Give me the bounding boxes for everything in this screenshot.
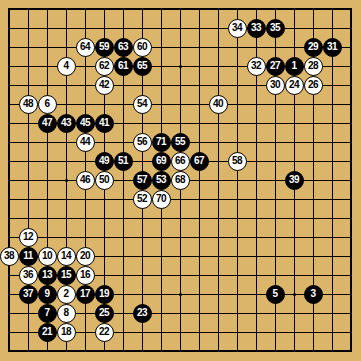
stone-38-white[interactable]: 38 xyxy=(0,247,19,266)
stone-7-black[interactable]: 7 xyxy=(38,304,57,323)
stone-56-white[interactable]: 56 xyxy=(133,133,152,152)
move-number: 48 xyxy=(23,99,33,109)
move-number: 57 xyxy=(137,175,147,185)
stone-64-white[interactable]: 64 xyxy=(76,38,95,57)
move-number: 59 xyxy=(99,42,109,52)
stone-27-black[interactable]: 27 xyxy=(266,57,285,76)
stone-24-white[interactable]: 24 xyxy=(285,76,304,95)
stone-31-black[interactable]: 31 xyxy=(323,38,342,57)
move-number: 43 xyxy=(61,118,71,128)
move-number: 64 xyxy=(80,42,90,52)
move-number: 34 xyxy=(232,23,242,33)
stone-8-white[interactable]: 8 xyxy=(57,304,76,323)
move-number: 38 xyxy=(4,251,14,261)
stone-15-black[interactable]: 15 xyxy=(57,266,76,285)
move-number: 27 xyxy=(270,61,280,71)
stone-39-black[interactable]: 39 xyxy=(285,171,304,190)
move-number: 15 xyxy=(61,270,71,280)
stone-53-black[interactable]: 53 xyxy=(152,171,171,190)
stone-32-white[interactable]: 32 xyxy=(247,57,266,76)
move-number: 52 xyxy=(137,194,147,204)
move-number: 20 xyxy=(80,251,90,261)
stone-18-white[interactable]: 18 xyxy=(57,323,76,342)
stone-50-white[interactable]: 50 xyxy=(95,171,114,190)
stone-4-white[interactable]: 4 xyxy=(57,57,76,76)
move-number: 53 xyxy=(156,175,166,185)
move-number: 35 xyxy=(270,23,280,33)
move-number: 25 xyxy=(99,308,109,318)
stone-40-white[interactable]: 40 xyxy=(209,95,228,114)
stone-22-white[interactable]: 22 xyxy=(95,323,114,342)
move-number: 67 xyxy=(194,156,204,166)
stone-35-black[interactable]: 35 xyxy=(266,19,285,38)
stone-70-white[interactable]: 70 xyxy=(152,190,171,209)
move-number: 49 xyxy=(99,156,109,166)
stone-57-black[interactable]: 57 xyxy=(133,171,152,190)
move-number: 56 xyxy=(137,137,147,147)
stone-1-black[interactable]: 1 xyxy=(285,57,304,76)
move-number: 2 xyxy=(63,289,68,299)
move-number: 13 xyxy=(42,270,52,280)
stone-25-black[interactable]: 25 xyxy=(95,304,114,323)
move-number: 50 xyxy=(99,175,109,185)
stone-60-white[interactable]: 60 xyxy=(133,38,152,57)
stone-49-black[interactable]: 49 xyxy=(95,152,114,171)
move-number: 63 xyxy=(118,42,128,52)
move-number: 24 xyxy=(289,80,299,90)
stone-5-black[interactable]: 5 xyxy=(266,285,285,304)
move-number: 4 xyxy=(63,61,68,71)
move-number: 26 xyxy=(308,80,318,90)
stone-6-white[interactable]: 6 xyxy=(38,95,57,114)
move-number: 47 xyxy=(42,118,52,128)
move-number: 23 xyxy=(137,308,147,318)
stone-52-white[interactable]: 52 xyxy=(133,190,152,209)
stone-43-black[interactable]: 43 xyxy=(57,114,76,133)
stone-26-white[interactable]: 26 xyxy=(304,76,323,95)
stones-grid: 1234567891011121314151617181920212223242… xyxy=(0,0,361,361)
stone-68-white[interactable]: 68 xyxy=(171,171,190,190)
stone-16-white[interactable]: 16 xyxy=(76,266,95,285)
move-number: 61 xyxy=(118,61,128,71)
move-number: 70 xyxy=(156,194,166,204)
stone-30-white[interactable]: 30 xyxy=(266,76,285,95)
move-number: 18 xyxy=(61,327,71,337)
go-board[interactable]: 1234567891011121314151617181920212223242… xyxy=(0,0,361,361)
stone-45-black[interactable]: 45 xyxy=(76,114,95,133)
move-number: 19 xyxy=(99,289,109,299)
move-number: 71 xyxy=(156,137,166,147)
move-number: 29 xyxy=(308,42,318,52)
stone-58-white[interactable]: 58 xyxy=(228,152,247,171)
stone-42-white[interactable]: 42 xyxy=(95,76,114,95)
move-number: 42 xyxy=(99,80,109,90)
move-number: 45 xyxy=(80,118,90,128)
move-number: 58 xyxy=(232,156,242,166)
move-number: 36 xyxy=(23,270,33,280)
stone-3-black[interactable]: 3 xyxy=(304,285,323,304)
stone-20-white[interactable]: 20 xyxy=(76,247,95,266)
stone-65-black[interactable]: 65 xyxy=(133,57,152,76)
move-number: 44 xyxy=(80,137,90,147)
move-number: 66 xyxy=(175,156,185,166)
move-number: 8 xyxy=(63,308,68,318)
stone-17-black[interactable]: 17 xyxy=(76,285,95,304)
stone-46-white[interactable]: 46 xyxy=(76,171,95,190)
stone-34-white[interactable]: 34 xyxy=(228,19,247,38)
stone-11-black[interactable]: 11 xyxy=(19,247,38,266)
stone-63-black[interactable]: 63 xyxy=(114,38,133,57)
move-number: 16 xyxy=(80,270,90,280)
stone-10-white[interactable]: 10 xyxy=(38,247,57,266)
move-number: 55 xyxy=(175,137,185,147)
stone-61-black[interactable]: 61 xyxy=(114,57,133,76)
stone-36-white[interactable]: 36 xyxy=(19,266,38,285)
stone-2-white[interactable]: 2 xyxy=(57,285,76,304)
stone-47-black[interactable]: 47 xyxy=(38,114,57,133)
stone-67-black[interactable]: 67 xyxy=(190,152,209,171)
move-number: 51 xyxy=(118,156,128,166)
move-number: 17 xyxy=(80,289,90,299)
stone-54-white[interactable]: 54 xyxy=(133,95,152,114)
stone-21-black[interactable]: 21 xyxy=(38,323,57,342)
move-number: 22 xyxy=(99,327,109,337)
move-number: 1 xyxy=(291,61,296,71)
move-number: 10 xyxy=(42,251,52,261)
stone-69-black[interactable]: 69 xyxy=(152,152,171,171)
stone-28-white[interactable]: 28 xyxy=(304,57,323,76)
move-number: 33 xyxy=(251,23,261,33)
move-number: 14 xyxy=(61,251,71,261)
move-number: 7 xyxy=(44,308,49,318)
stone-41-black[interactable]: 41 xyxy=(95,114,114,133)
stone-14-white[interactable]: 14 xyxy=(57,247,76,266)
stone-19-black[interactable]: 19 xyxy=(95,285,114,304)
move-number: 11 xyxy=(23,251,33,261)
move-number: 30 xyxy=(270,80,280,90)
move-number: 32 xyxy=(251,61,261,71)
stone-51-black[interactable]: 51 xyxy=(114,152,133,171)
move-number: 31 xyxy=(327,42,337,52)
move-number: 65 xyxy=(137,61,147,71)
move-number: 37 xyxy=(23,289,33,299)
move-number: 5 xyxy=(272,289,277,299)
stone-12-white[interactable]: 12 xyxy=(19,228,38,247)
stone-29-black[interactable]: 29 xyxy=(304,38,323,57)
stone-71-black[interactable]: 71 xyxy=(152,133,171,152)
stone-55-black[interactable]: 55 xyxy=(171,133,190,152)
move-number: 62 xyxy=(99,61,109,71)
move-number: 3 xyxy=(310,289,315,299)
move-number: 68 xyxy=(175,175,185,185)
stone-62-white[interactable]: 62 xyxy=(95,57,114,76)
stone-44-white[interactable]: 44 xyxy=(76,133,95,152)
move-number: 28 xyxy=(308,61,318,71)
move-number: 60 xyxy=(137,42,147,52)
move-number: 41 xyxy=(99,118,109,128)
stone-23-black[interactable]: 23 xyxy=(133,304,152,323)
move-number: 46 xyxy=(80,175,90,185)
stone-9-black[interactable]: 9 xyxy=(38,285,57,304)
stone-37-black[interactable]: 37 xyxy=(19,285,38,304)
stone-66-white[interactable]: 66 xyxy=(171,152,190,171)
move-number: 40 xyxy=(213,99,223,109)
move-number: 6 xyxy=(44,99,49,109)
stone-13-black[interactable]: 13 xyxy=(38,266,57,285)
stone-59-black[interactable]: 59 xyxy=(95,38,114,57)
move-number: 12 xyxy=(23,232,33,242)
move-number: 21 xyxy=(42,327,52,337)
move-number: 69 xyxy=(156,156,166,166)
move-number: 54 xyxy=(137,99,147,109)
stone-48-white[interactable]: 48 xyxy=(19,95,38,114)
move-number: 9 xyxy=(44,289,49,299)
move-number: 39 xyxy=(289,175,299,185)
stone-33-black[interactable]: 33 xyxy=(247,19,266,38)
